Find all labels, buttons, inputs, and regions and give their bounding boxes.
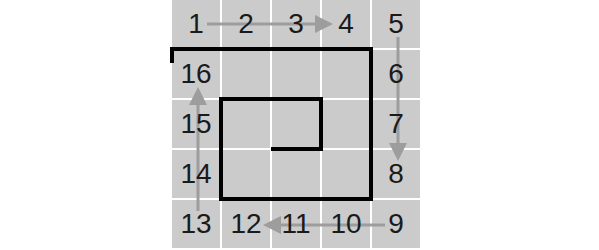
- grid-cell: 4: [322, 0, 370, 48]
- grid-cell: [322, 100, 370, 148]
- grid-cell: 12: [222, 200, 270, 248]
- grid-cell: 14: [172, 150, 220, 198]
- cell-number: 1: [188, 10, 204, 38]
- cell-number: 8: [388, 160, 404, 188]
- cell-number: 9: [388, 210, 404, 238]
- cell-number: 11: [281, 210, 310, 238]
- cell-number: 2: [238, 10, 254, 38]
- grid-cell: 5: [372, 0, 420, 48]
- grid-cell: [222, 150, 270, 198]
- cell-number: 12: [230, 210, 261, 238]
- grid-cell: 3: [272, 0, 320, 48]
- cell-number: 7: [388, 110, 404, 138]
- grid-cell: 10: [322, 200, 370, 248]
- cell-number: 6: [388, 60, 404, 88]
- grid-cell: 9: [372, 200, 420, 248]
- grid-cell: [272, 150, 320, 198]
- grid-cell: 2: [222, 0, 270, 48]
- cell-number: 3: [288, 10, 304, 38]
- grid-cell: 11: [272, 200, 320, 248]
- grid-cell: [222, 100, 270, 148]
- number-grid: 1 2 3 4 5 16 6 15 7 14 8 13 12 11 10 9: [172, 0, 420, 248]
- cell-number: 15: [180, 110, 211, 138]
- grid-cell: 6: [372, 50, 420, 98]
- cell-number: 16: [180, 60, 211, 88]
- cell-number: 13: [180, 210, 211, 238]
- cell-number: 10: [330, 210, 361, 238]
- grid-cell: 7: [372, 100, 420, 148]
- grid-cell: [272, 100, 320, 148]
- grid-cell: [322, 50, 370, 98]
- grid-cell: 16: [172, 50, 220, 98]
- cell-number: 5: [388, 10, 404, 38]
- grid-cell: 13: [172, 200, 220, 248]
- grid-cell: 15: [172, 100, 220, 148]
- grid-cell: 8: [372, 150, 420, 198]
- grid-cell: [272, 50, 320, 98]
- grid-cell: [322, 150, 370, 198]
- cell-number: 4: [338, 10, 354, 38]
- grid-cell: 1: [172, 0, 220, 48]
- spiral-diagram: 1 2 3 4 5 16 6 15 7 14 8 13 12 11 10 9: [0, 0, 599, 250]
- cell-number: 14: [180, 160, 211, 188]
- grid-cell: [222, 50, 270, 98]
